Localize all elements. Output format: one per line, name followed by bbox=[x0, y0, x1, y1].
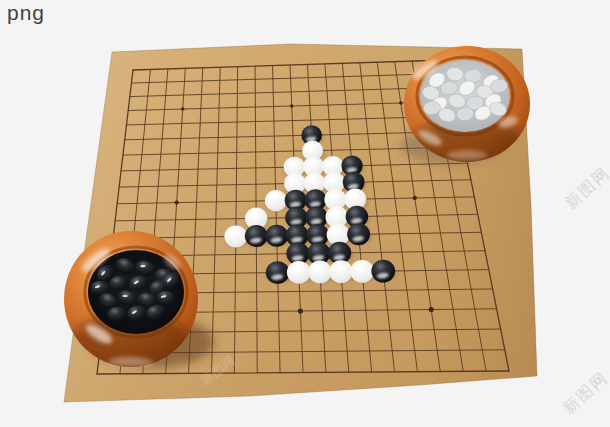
white-stone bbox=[329, 260, 353, 283]
png-watermark: png bbox=[7, 1, 45, 25]
star-point bbox=[290, 104, 294, 108]
black-stone bbox=[266, 261, 290, 284]
go-set-photo: 新图网 png 新图网 新图网 bbox=[0, 0, 610, 427]
star-point bbox=[175, 200, 179, 204]
white-stone bbox=[350, 260, 374, 283]
go-board-scene: 新图网 bbox=[0, 0, 610, 427]
star-point bbox=[429, 307, 434, 312]
star-point bbox=[399, 101, 403, 105]
star-point bbox=[298, 308, 303, 313]
black-stone bbox=[245, 225, 268, 247]
star-point bbox=[413, 196, 417, 200]
white-stone bbox=[287, 261, 311, 284]
wood-gloss-highlight bbox=[447, 150, 487, 160]
black-stone bbox=[347, 223, 370, 245]
white-stone bbox=[265, 190, 287, 211]
white-stone bbox=[224, 225, 247, 247]
star-point bbox=[181, 107, 185, 111]
black-stone bbox=[265, 225, 288, 247]
black-stone bbox=[371, 260, 395, 283]
white-stone bbox=[308, 261, 332, 284]
